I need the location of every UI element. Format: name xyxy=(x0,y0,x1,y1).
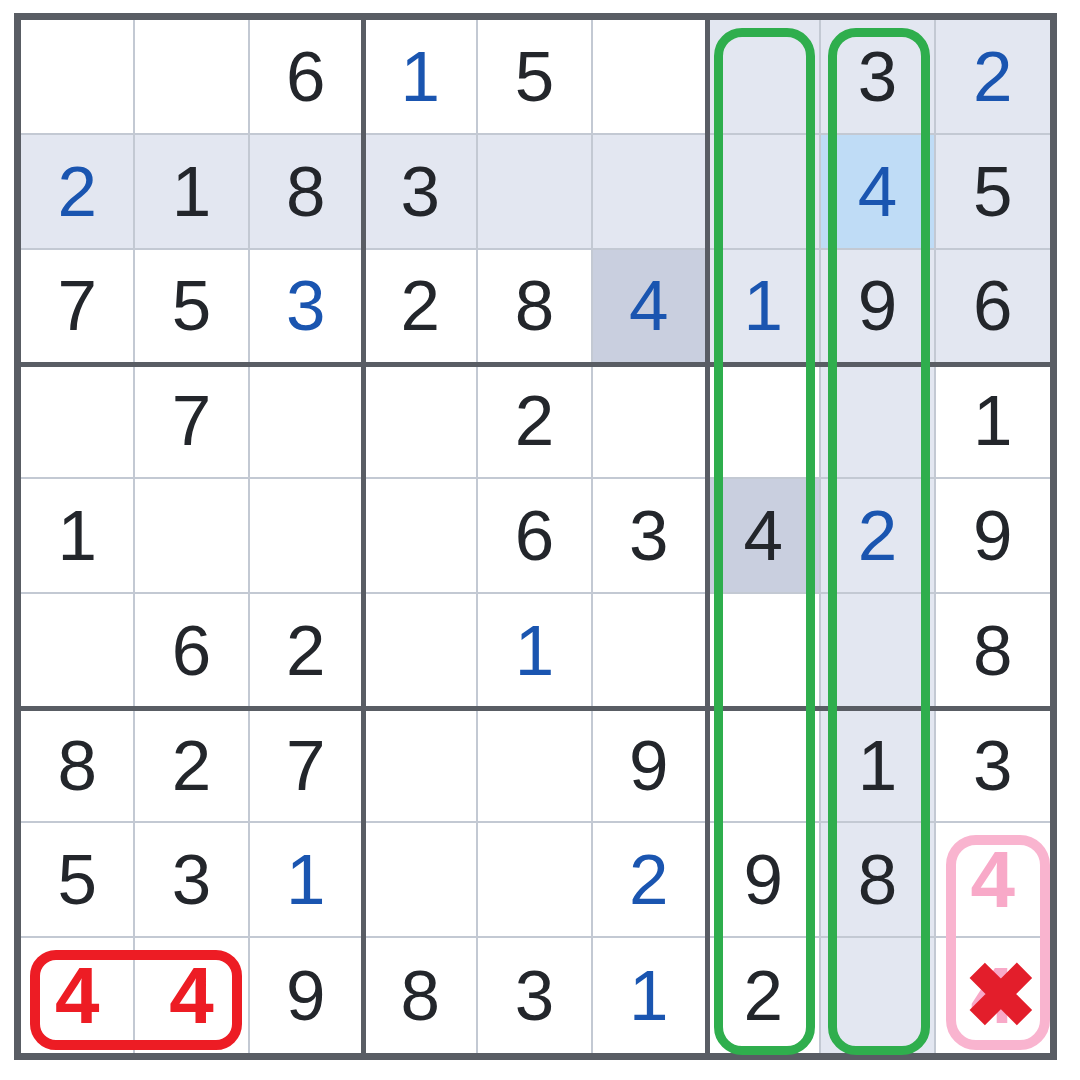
cell-r9c6[interactable]: 1 xyxy=(593,938,707,1053)
cell-r2c4[interactable]: 3 xyxy=(364,135,478,250)
cell-value: 1 xyxy=(515,615,555,686)
cell-r7c1[interactable]: 8 xyxy=(21,709,135,824)
cell-r6c4[interactable] xyxy=(364,594,478,709)
cell-r2c1[interactable]: 2 xyxy=(21,135,135,250)
cell-r4c3[interactable] xyxy=(250,364,364,479)
cell-r1c7[interactable] xyxy=(707,20,821,135)
cell-value: 4 xyxy=(169,956,214,1036)
cell-r8c3[interactable]: 1 xyxy=(250,823,364,938)
cell-r2c2[interactable]: 1 xyxy=(135,135,249,250)
cell-value: 7 xyxy=(286,730,326,801)
cell-r6c1[interactable] xyxy=(21,594,135,709)
cell-value: 5 xyxy=(973,156,1013,227)
cell-r6c5[interactable]: 1 xyxy=(478,594,592,709)
cell-r1c9[interactable]: 2 xyxy=(936,20,1050,135)
cell-r4c6[interactable] xyxy=(593,364,707,479)
cell-value: 6 xyxy=(286,41,326,112)
cell-value: 7 xyxy=(172,385,212,456)
cell-r3c7[interactable]: 1 xyxy=(707,250,821,365)
cell-value: 5 xyxy=(515,41,555,112)
cell-r6c7[interactable] xyxy=(707,594,821,709)
cell-value: 3 xyxy=(172,844,212,915)
cell-r4c5[interactable]: 2 xyxy=(478,364,592,479)
cell-value: 2 xyxy=(172,730,212,801)
cell-r5c7[interactable]: 4 xyxy=(707,479,821,594)
cell-r6c6[interactable] xyxy=(593,594,707,709)
cell-value: 2 xyxy=(400,270,440,341)
cell-value: 8 xyxy=(286,156,326,227)
cell-value: 4 xyxy=(629,270,669,341)
cell-r4c9[interactable]: 1 xyxy=(936,364,1050,479)
cell-r5c9[interactable]: 9 xyxy=(936,479,1050,594)
cell-value: 2 xyxy=(743,960,783,1031)
cell-r9c8[interactable] xyxy=(821,938,935,1053)
cell-value: 9 xyxy=(743,844,783,915)
cell-value: 6 xyxy=(515,500,555,571)
sudoku-board: 6153221834575328419672116342962188279135… xyxy=(14,13,1057,1060)
cell-r5c6[interactable]: 3 xyxy=(593,479,707,594)
cell-r6c9[interactable]: 8 xyxy=(936,594,1050,709)
cell-r3c5[interactable]: 8 xyxy=(478,250,592,365)
cell-r7c7[interactable] xyxy=(707,709,821,824)
cell-r1c4[interactable]: 1 xyxy=(364,20,478,135)
cell-value: 1 xyxy=(743,270,783,341)
cell-r4c8[interactable] xyxy=(821,364,935,479)
cell-r9c4[interactable]: 8 xyxy=(364,938,478,1053)
cell-r2c9[interactable]: 5 xyxy=(936,135,1050,250)
cell-r7c4[interactable] xyxy=(364,709,478,824)
cell-value: 4 xyxy=(971,840,1016,920)
cell-value: 9 xyxy=(629,730,669,801)
cell-value: 1 xyxy=(286,844,326,915)
cell-r1c3[interactable]: 6 xyxy=(250,20,364,135)
cell-r4c7[interactable] xyxy=(707,364,821,479)
cell-value: 3 xyxy=(286,270,326,341)
cell-value: 8 xyxy=(57,730,97,801)
red-cross-icon: ✖ xyxy=(964,952,1038,1040)
cell-r9c3[interactable]: 9 xyxy=(250,938,364,1053)
cell-value: 2 xyxy=(629,844,669,915)
cell-r6c8[interactable] xyxy=(821,594,935,709)
cell-r7c8[interactable]: 1 xyxy=(821,709,935,824)
cell-r3c3[interactable]: 3 xyxy=(250,250,364,365)
cell-value: 1 xyxy=(629,960,669,1031)
cell-value: 8 xyxy=(858,844,898,915)
cell-r7c6[interactable]: 9 xyxy=(593,709,707,824)
cell-r7c9[interactable]: 3 xyxy=(936,709,1050,824)
cell-r3c8[interactable]: 9 xyxy=(821,250,935,365)
cell-value: 6 xyxy=(973,270,1013,341)
cell-r7c5[interactable] xyxy=(478,709,592,824)
cell-r3c1[interactable]: 7 xyxy=(21,250,135,365)
cell-r5c8[interactable]: 2 xyxy=(821,479,935,594)
cell-r5c5[interactable]: 6 xyxy=(478,479,592,594)
cell-value: 8 xyxy=(400,960,440,1031)
cell-value: 5 xyxy=(57,844,97,915)
cell-value: 2 xyxy=(858,500,898,571)
cell-value: 1 xyxy=(973,385,1013,456)
cell-r9c2[interactable]: 4 xyxy=(135,938,249,1053)
cell-r2c3[interactable]: 8 xyxy=(250,135,364,250)
cell-value: 2 xyxy=(57,156,97,227)
cell-value: 1 xyxy=(57,500,97,571)
cell-r1c6[interactable] xyxy=(593,20,707,135)
cell-r9c1[interactable]: 4 xyxy=(21,938,135,1053)
cell-r8c6[interactable]: 2 xyxy=(593,823,707,938)
cell-r8c5[interactable] xyxy=(478,823,592,938)
cell-r3c9[interactable]: 6 xyxy=(936,250,1050,365)
cell-value: 3 xyxy=(400,156,440,227)
cell-r2c8[interactable]: 4 xyxy=(821,135,935,250)
cell-r6c3[interactable]: 2 xyxy=(250,594,364,709)
cell-r9c5[interactable]: 3 xyxy=(478,938,592,1053)
cell-r8c8[interactable]: 8 xyxy=(821,823,935,938)
cell-value: 8 xyxy=(973,615,1013,686)
cell-value: 9 xyxy=(973,500,1013,571)
cell-value: 8 xyxy=(515,270,555,341)
cell-value: 3 xyxy=(515,960,555,1031)
cell-r1c5[interactable]: 5 xyxy=(478,20,592,135)
cell-value: 7 xyxy=(57,270,97,341)
cell-value: 9 xyxy=(286,960,326,1031)
cell-r5c1[interactable]: 1 xyxy=(21,479,135,594)
cell-value: 2 xyxy=(515,385,555,456)
cell-value: 1 xyxy=(400,41,440,112)
cell-r5c3[interactable] xyxy=(250,479,364,594)
cell-r8c1[interactable]: 5 xyxy=(21,823,135,938)
cell-r1c2[interactable] xyxy=(135,20,249,135)
cell-value: 6 xyxy=(172,615,212,686)
cell-r4c1[interactable] xyxy=(21,364,135,479)
cell-r6c2[interactable]: 6 xyxy=(135,594,249,709)
cell-value: 1 xyxy=(172,156,212,227)
cell-r5c2[interactable] xyxy=(135,479,249,594)
cell-r4c2[interactable]: 7 xyxy=(135,364,249,479)
cell-value: 1 xyxy=(858,730,898,801)
cell-r2c5[interactable] xyxy=(478,135,592,250)
cell-r3c4[interactable]: 2 xyxy=(364,250,478,365)
cell-value: 2 xyxy=(286,615,326,686)
cell-value: 9 xyxy=(858,270,898,341)
cell-value: 3 xyxy=(858,41,898,112)
cell-r2c7[interactable] xyxy=(707,135,821,250)
cell-r4c4[interactable] xyxy=(364,364,478,479)
cell-r3c2[interactable]: 5 xyxy=(135,250,249,365)
cell-r8c9[interactable]: 4 xyxy=(936,823,1050,938)
cell-r8c7[interactable]: 9 xyxy=(707,823,821,938)
cell-r5c4[interactable] xyxy=(364,479,478,594)
cell-r8c2[interactable]: 3 xyxy=(135,823,249,938)
cell-value: 3 xyxy=(973,730,1013,801)
cell-r8c4[interactable] xyxy=(364,823,478,938)
cell-r7c3[interactable]: 7 xyxy=(250,709,364,824)
cell-value: 3 xyxy=(629,500,669,571)
cell-r7c2[interactable]: 2 xyxy=(135,709,249,824)
cell-value: 2 xyxy=(973,41,1013,112)
cell-value: 4 xyxy=(743,500,783,571)
cell-r1c1[interactable] xyxy=(21,20,135,135)
cell-r9c9[interactable]: 4✖ xyxy=(936,938,1050,1053)
cell-value: 4 xyxy=(55,956,100,1036)
cell-r1c8[interactable]: 3 xyxy=(821,20,935,135)
cell-r3c6[interactable]: 4 xyxy=(593,250,707,365)
cell-r2c6[interactable] xyxy=(593,135,707,250)
cell-r9c7[interactable]: 2 xyxy=(707,938,821,1053)
cell-value: 4 xyxy=(858,156,898,227)
cell-value: 5 xyxy=(172,270,212,341)
